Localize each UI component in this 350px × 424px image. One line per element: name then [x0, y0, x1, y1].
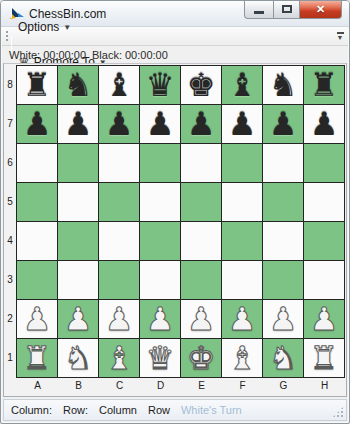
chevron-down-icon: ▼: [63, 23, 71, 32]
file-label-f: F: [222, 378, 263, 394]
square-a8[interactable]: ♜: [17, 66, 57, 104]
white-pawn-piece[interactable]: ♟: [269, 301, 298, 337]
white-clock-value: 00:00:00: [43, 49, 86, 61]
square-e4[interactable]: [181, 222, 221, 260]
square-e5[interactable]: [181, 183, 221, 221]
board-panel: 87654321 ♜♞♝♛♚♝♞♜♟♟♟♟♟♟♟♟♟♟♟♟♟♟♟♟♜♞♝♛♚♝♞…: [3, 63, 347, 397]
square-c8[interactable]: ♝: [99, 66, 139, 104]
white-pawn-piece[interactable]: ♟: [228, 301, 257, 337]
white-pawn-piece[interactable]: ♟: [105, 301, 134, 337]
square-d4[interactable]: [140, 222, 180, 260]
black-clock-label: Black:: [92, 49, 122, 61]
square-a1[interactable]: ♜: [17, 339, 57, 377]
square-h6[interactable]: [304, 144, 344, 182]
square-g6[interactable]: [263, 144, 303, 182]
square-d6[interactable]: [140, 144, 180, 182]
square-g3[interactable]: [263, 261, 303, 299]
white-bishop-piece[interactable]: ♝: [228, 340, 257, 376]
black-pawn-piece[interactable]: ♟: [105, 106, 134, 142]
black-rook-piece[interactable]: ♜: [310, 67, 339, 103]
white-clock-label: White:: [9, 49, 40, 61]
square-d8[interactable]: ♛: [140, 66, 180, 104]
black-rook-piece[interactable]: ♜: [23, 67, 52, 103]
square-h2[interactable]: ♟: [304, 300, 344, 338]
square-b2[interactable]: ♟: [58, 300, 98, 338]
toolbar-separator: [11, 1, 12, 18]
white-pawn-piece[interactable]: ♟: [23, 301, 52, 337]
file-labels: ABCDEFGH: [17, 378, 345, 394]
square-g8[interactable]: ♞: [263, 66, 303, 104]
black-knight-piece[interactable]: ♞: [269, 67, 298, 103]
square-e7[interactable]: ♟: [181, 105, 221, 143]
white-rook-piece[interactable]: ♜: [310, 340, 339, 376]
file-label-b: B: [58, 378, 99, 394]
rank-label-8: 8: [4, 65, 16, 104]
square-h7[interactable]: ♟: [304, 105, 344, 143]
white-pawn-piece[interactable]: ♟: [310, 301, 339, 337]
black-clock-value: 00:00:00: [125, 49, 168, 61]
black-pawn-piece[interactable]: ♟: [228, 106, 257, 142]
chess-board: ♜♞♝♛♚♝♞♜♟♟♟♟♟♟♟♟♟♟♟♟♟♟♟♟♜♞♝♛♚♝♞♜: [16, 65, 345, 378]
square-e3[interactable]: [181, 261, 221, 299]
maximize-icon: [282, 5, 292, 13]
white-rook-piece[interactable]: ♜: [23, 340, 52, 376]
white-knight-piece[interactable]: ♞: [64, 340, 93, 376]
black-pawn-piece[interactable]: ♟: [310, 106, 339, 142]
close-icon: ✕: [300, 3, 341, 16]
clock-panel: White: 00:00:00 Black: 00:00:00: [4, 47, 346, 63]
square-e8[interactable]: ♚: [181, 66, 221, 104]
black-bishop-piece[interactable]: ♝: [105, 67, 134, 103]
maximize-button[interactable]: [273, 1, 300, 19]
status-label: Row:: [63, 404, 88, 416]
status-label: Column:: [11, 404, 52, 416]
square-f1[interactable]: ♝: [222, 339, 262, 377]
square-b3[interactable]: [58, 261, 98, 299]
square-g5[interactable]: [263, 183, 303, 221]
square-c4[interactable]: [99, 222, 139, 260]
black-knight-piece[interactable]: ♞: [64, 67, 93, 103]
rank-label-5: 5: [4, 182, 16, 221]
square-a6[interactable]: [17, 144, 57, 182]
square-f4[interactable]: [222, 222, 262, 260]
toolbar-overflow-button[interactable]: ▼: [334, 29, 346, 44]
close-button[interactable]: ✕: [300, 1, 342, 19]
file-label-a: A: [17, 378, 58, 394]
square-b8[interactable]: ♞: [58, 66, 98, 104]
turn-indicator: White's Turn: [181, 404, 242, 416]
square-f2[interactable]: ♟: [222, 300, 262, 338]
white-knight-piece[interactable]: ♞: [269, 340, 298, 376]
white-pawn-piece[interactable]: ♟: [187, 301, 216, 337]
white-queen-piece[interactable]: ♛: [146, 340, 175, 376]
square-b1[interactable]: ♞: [58, 339, 98, 377]
status-label: Row: [148, 404, 170, 416]
file-label-h: H: [304, 378, 345, 394]
rank-labels: 87654321: [4, 65, 16, 378]
black-pawn-piece[interactable]: ♟: [64, 106, 93, 142]
square-c7[interactable]: ♟: [99, 105, 139, 143]
square-e2[interactable]: ♟: [181, 300, 221, 338]
black-queen-piece[interactable]: ♛: [146, 67, 175, 103]
square-d3[interactable]: [140, 261, 180, 299]
square-h5[interactable]: [304, 183, 344, 221]
black-king-piece[interactable]: ♚: [187, 67, 216, 103]
status-bar: Column:Row:ColumnRow White's Turn: [3, 399, 347, 421]
square-g4[interactable]: [263, 222, 303, 260]
minimize-icon: [254, 11, 264, 14]
square-e6[interactable]: [181, 144, 221, 182]
square-b5[interactable]: [58, 183, 98, 221]
square-c6[interactable]: [99, 144, 139, 182]
file-label-d: D: [140, 378, 181, 394]
white-king-piece[interactable]: ♚: [187, 340, 216, 376]
square-a2[interactable]: ♟: [17, 300, 57, 338]
menu-item-view[interactable]: View▼: [11, 0, 114, 1]
square-g2[interactable]: ♟: [263, 300, 303, 338]
menu-item-options[interactable]: Options▼: [11, 19, 114, 36]
black-pawn-piece[interactable]: ♟: [187, 106, 216, 142]
black-pawn-piece[interactable]: ♟: [23, 106, 52, 142]
white-pawn-piece[interactable]: ♟: [64, 301, 93, 337]
square-h8[interactable]: ♜: [304, 66, 344, 104]
rank-label-7: 7: [4, 104, 16, 143]
minimize-button[interactable]: [244, 1, 273, 19]
square-a3[interactable]: [17, 261, 57, 299]
toolbar-grip[interactable]: [4, 29, 11, 43]
black-pawn-piece[interactable]: ♟: [269, 106, 298, 142]
square-h3[interactable]: [304, 261, 344, 299]
square-b7[interactable]: ♟: [58, 105, 98, 143]
square-c1[interactable]: ♝: [99, 339, 139, 377]
window-controls: ✕: [244, 1, 342, 19]
rank-label-2: 2: [4, 299, 16, 338]
square-f3[interactable]: [222, 261, 262, 299]
black-pawn-piece[interactable]: ♟: [146, 106, 175, 142]
square-c3[interactable]: [99, 261, 139, 299]
square-d7[interactable]: ♟: [140, 105, 180, 143]
square-h1[interactable]: ♜: [304, 339, 344, 377]
square-c5[interactable]: [99, 183, 139, 221]
file-label-g: G: [263, 378, 304, 394]
black-bishop-piece[interactable]: ♝: [228, 67, 257, 103]
rank-label-6: 6: [4, 143, 16, 182]
square-g1[interactable]: ♞: [263, 339, 303, 377]
status-label: Column: [99, 404, 137, 416]
rank-label-3: 3: [4, 260, 16, 299]
square-f5[interactable]: [222, 183, 262, 221]
square-b6[interactable]: [58, 144, 98, 182]
square-h4[interactable]: [304, 222, 344, 260]
square-a4[interactable]: [17, 222, 57, 260]
square-b4[interactable]: [58, 222, 98, 260]
square-e1[interactable]: ♚: [181, 339, 221, 377]
white-bishop-piece[interactable]: ♝: [105, 340, 134, 376]
file-label-c: C: [99, 378, 140, 394]
menu-toolbar: File▼View▼Options▼♛Promote To▼Play Onlin…: [2, 27, 348, 46]
square-f6[interactable]: [222, 144, 262, 182]
white-pawn-piece[interactable]: ♟: [146, 301, 175, 337]
square-f7[interactable]: ♟: [222, 105, 262, 143]
square-d2[interactable]: ♟: [140, 300, 180, 338]
file-label-e: E: [181, 378, 222, 394]
menu-item-label: Options: [18, 20, 59, 34]
square-g7[interactable]: ♟: [263, 105, 303, 143]
chevron-down-icon: ▼: [337, 35, 344, 40]
rank-label-1: 1: [4, 338, 16, 377]
square-d5[interactable]: [140, 183, 180, 221]
square-f8[interactable]: ♝: [222, 66, 262, 104]
square-c2[interactable]: ♟: [99, 300, 139, 338]
rank-label-4: 4: [4, 221, 16, 260]
square-a5[interactable]: [17, 183, 57, 221]
resize-grip-icon[interactable]: [332, 406, 344, 418]
square-a7[interactable]: ♟: [17, 105, 57, 143]
square-d1[interactable]: ♛: [140, 339, 180, 377]
app-window: ChessBin.com ✕ File▼View▼Options▼♛Promot…: [0, 0, 350, 424]
